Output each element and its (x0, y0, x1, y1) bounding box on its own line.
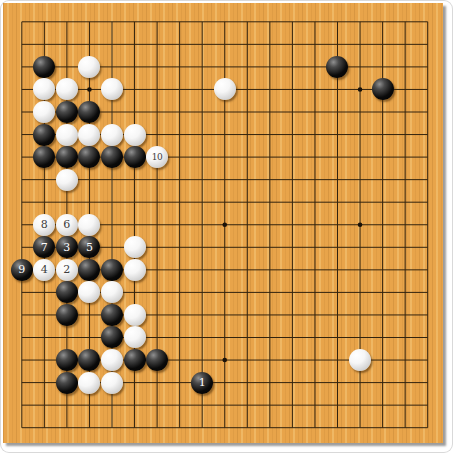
move-number: 1 (191, 372, 213, 394)
stone-white (101, 281, 123, 303)
move-number: 5 (78, 236, 100, 258)
stone-black (56, 146, 78, 168)
stone-white: 6 (56, 214, 78, 236)
stone-black (56, 101, 78, 123)
stone-black (101, 326, 123, 348)
stone-black: 7 (33, 236, 55, 258)
move-number: 8 (33, 214, 55, 236)
screenshot-frame: 10867359421 (0, 0, 453, 453)
stone-white (214, 78, 236, 100)
stone-black (326, 56, 348, 78)
stone-black: 5 (78, 236, 100, 258)
move-number: 6 (56, 214, 78, 236)
stone-white (78, 214, 100, 236)
stone-white (78, 56, 100, 78)
stone-white: 2 (56, 259, 78, 281)
move-number: 10 (146, 146, 168, 168)
stone-white (78, 281, 100, 303)
stone-black (56, 281, 78, 303)
stone-white (124, 236, 146, 258)
stone-black (124, 146, 146, 168)
stone-black (101, 304, 123, 326)
stone-black (78, 259, 100, 281)
stone-black (101, 259, 123, 281)
stone-white (78, 124, 100, 146)
move-number: 4 (33, 259, 55, 281)
stone-black (56, 372, 78, 394)
stone-white (124, 124, 146, 146)
stone-white: 10 (146, 146, 168, 168)
stone-white (124, 326, 146, 348)
stone-black (101, 146, 123, 168)
move-number: 3 (56, 236, 78, 258)
stone-white (349, 349, 371, 371)
stone-white: 4 (33, 259, 55, 281)
stone-black (56, 304, 78, 326)
stone-white (56, 169, 78, 191)
stone-white (56, 124, 78, 146)
stone-white (33, 101, 55, 123)
stone-black (124, 349, 146, 371)
stone-white: 8 (33, 214, 55, 236)
move-number: 2 (56, 259, 78, 281)
stone-black: 9 (11, 259, 33, 281)
go-board[interactable]: 10867359421 (3, 3, 443, 443)
stone-white (101, 372, 123, 394)
stone-black (372, 78, 394, 100)
stone-black (33, 56, 55, 78)
stone-layer: 10867359421 (11, 11, 439, 439)
stone-black: 1 (191, 372, 213, 394)
stone-black (33, 124, 55, 146)
move-number: 7 (33, 236, 55, 258)
stone-white (33, 78, 55, 100)
stone-white (124, 259, 146, 281)
stone-black (56, 349, 78, 371)
stone-white (101, 349, 123, 371)
stone-white (101, 124, 123, 146)
stone-black (78, 146, 100, 168)
stone-white (78, 372, 100, 394)
stone-black (146, 349, 168, 371)
stone-black (78, 101, 100, 123)
stone-white (124, 304, 146, 326)
move-number: 9 (11, 259, 33, 281)
stone-black (33, 146, 55, 168)
stone-black (78, 349, 100, 371)
stone-white (56, 78, 78, 100)
stone-white (101, 78, 123, 100)
stone-black: 3 (56, 236, 78, 258)
